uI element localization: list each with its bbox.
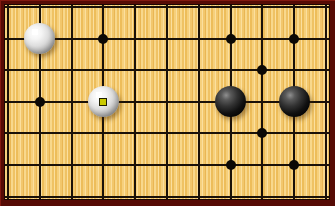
- point-dot: [98, 34, 108, 44]
- stone-white[interactable]: [88, 86, 119, 117]
- board-frame: [0, 0, 335, 206]
- grid-hline: [5, 132, 329, 134]
- point-dot: [35, 97, 45, 107]
- point-dot: [257, 128, 267, 138]
- goban[interactable]: [4, 4, 330, 200]
- stone-black[interactable]: [279, 86, 310, 117]
- point-dot: [289, 34, 299, 44]
- point-dot: [289, 160, 299, 170]
- point-dot: [226, 34, 236, 44]
- grid-hline: [5, 196, 329, 198]
- point-dot: [226, 160, 236, 170]
- grid-hline: [5, 164, 329, 166]
- stone-black[interactable]: [215, 86, 246, 117]
- grid-hline: [5, 6, 329, 8]
- stone-white[interactable]: [24, 23, 55, 54]
- last-move-marker: [99, 98, 107, 106]
- point-dot: [257, 65, 267, 75]
- stone-highlight: [32, 29, 38, 35]
- grid-hline: [5, 69, 329, 71]
